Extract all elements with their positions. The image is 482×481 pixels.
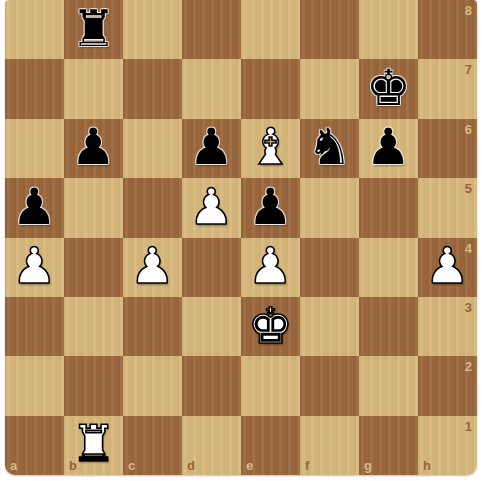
- square-c1[interactable]: c: [123, 416, 182, 475]
- file-label-c: c: [128, 459, 135, 472]
- square-b6[interactable]: ♟: [64, 119, 123, 178]
- square-e3[interactable]: ♚: [241, 297, 300, 356]
- black-pawn-a5[interactable]: ♟: [12, 182, 57, 232]
- rank-label-3: 3: [465, 301, 472, 314]
- square-b4[interactable]: [64, 238, 123, 297]
- white-bishop-e6[interactable]: ♝: [248, 122, 293, 172]
- square-b5[interactable]: [64, 178, 123, 237]
- square-c5[interactable]: [123, 178, 182, 237]
- rank-label-7: 7: [465, 63, 472, 76]
- square-e7[interactable]: [241, 59, 300, 118]
- square-e6[interactable]: ♝: [241, 119, 300, 178]
- square-d7[interactable]: [182, 59, 241, 118]
- square-d8[interactable]: [182, 0, 241, 59]
- rank-label-8: 8: [465, 4, 472, 17]
- square-g4[interactable]: [359, 238, 418, 297]
- square-h5[interactable]: 5: [418, 178, 477, 237]
- square-h2[interactable]: 2: [418, 356, 477, 415]
- file-label-a: a: [10, 459, 17, 472]
- rank-label-2: 2: [465, 360, 472, 373]
- chess-board-frame: ♜8♚7♟♟♝♞♟6♟♟♟5♟♟♟♟4♚32a♜bcdefg1h: [5, 0, 477, 475]
- black-pawn-b6[interactable]: ♟: [71, 122, 116, 172]
- square-d6[interactable]: ♟: [182, 119, 241, 178]
- square-b2[interactable]: [64, 356, 123, 415]
- rank-label-1: 1: [465, 420, 472, 433]
- square-g8[interactable]: [359, 0, 418, 59]
- black-rook-b8[interactable]: ♜: [71, 4, 116, 54]
- file-label-e: e: [246, 459, 253, 472]
- file-label-f: f: [305, 459, 309, 472]
- square-d3[interactable]: [182, 297, 241, 356]
- square-c7[interactable]: [123, 59, 182, 118]
- rank-label-5: 5: [465, 182, 472, 195]
- square-a8[interactable]: [5, 0, 64, 59]
- square-g7[interactable]: ♚: [359, 59, 418, 118]
- file-label-h: h: [423, 459, 431, 472]
- square-c4[interactable]: ♟: [123, 238, 182, 297]
- square-f2[interactable]: [300, 356, 359, 415]
- square-a7[interactable]: [5, 59, 64, 118]
- square-c6[interactable]: [123, 119, 182, 178]
- square-f4[interactable]: [300, 238, 359, 297]
- square-h6[interactable]: 6: [418, 119, 477, 178]
- square-e1[interactable]: e: [241, 416, 300, 475]
- square-h7[interactable]: 7: [418, 59, 477, 118]
- white-pawn-d5[interactable]: ♟: [189, 182, 234, 232]
- square-e2[interactable]: [241, 356, 300, 415]
- square-g2[interactable]: [359, 356, 418, 415]
- square-e8[interactable]: [241, 0, 300, 59]
- square-e4[interactable]: ♟: [241, 238, 300, 297]
- square-g3[interactable]: [359, 297, 418, 356]
- square-g6[interactable]: ♟: [359, 119, 418, 178]
- black-pawn-d6[interactable]: ♟: [189, 122, 234, 172]
- square-f6[interactable]: ♞: [300, 119, 359, 178]
- square-d1[interactable]: d: [182, 416, 241, 475]
- square-a4[interactable]: ♟: [5, 238, 64, 297]
- square-b8[interactable]: ♜: [64, 0, 123, 59]
- black-knight-f6[interactable]: ♞: [307, 122, 352, 172]
- square-f8[interactable]: [300, 0, 359, 59]
- square-d2[interactable]: [182, 356, 241, 415]
- white-king-e3[interactable]: ♚: [248, 301, 293, 351]
- chess-board: ♜8♚7♟♟♝♞♟6♟♟♟5♟♟♟♟4♚32a♜bcdefg1h: [5, 0, 477, 475]
- black-king-g7[interactable]: ♚: [366, 63, 411, 113]
- rank-label-6: 6: [465, 123, 472, 136]
- square-b7[interactable]: [64, 59, 123, 118]
- square-h8[interactable]: 8: [418, 0, 477, 59]
- square-a2[interactable]: [5, 356, 64, 415]
- square-a5[interactable]: ♟: [5, 178, 64, 237]
- square-h1[interactable]: 1h: [418, 416, 477, 475]
- square-e5[interactable]: ♟: [241, 178, 300, 237]
- file-label-g: g: [364, 459, 372, 472]
- square-b3[interactable]: [64, 297, 123, 356]
- square-b1[interactable]: ♜b: [64, 416, 123, 475]
- white-pawn-e4[interactable]: ♟: [248, 241, 293, 291]
- square-d5[interactable]: ♟: [182, 178, 241, 237]
- black-pawn-e5[interactable]: ♟: [248, 182, 293, 232]
- white-pawn-h4[interactable]: ♟: [425, 241, 470, 291]
- white-rook-b1[interactable]: ♜: [71, 419, 116, 469]
- square-a6[interactable]: [5, 119, 64, 178]
- square-a1[interactable]: a: [5, 416, 64, 475]
- square-f7[interactable]: [300, 59, 359, 118]
- square-h3[interactable]: 3: [418, 297, 477, 356]
- square-g5[interactable]: [359, 178, 418, 237]
- white-pawn-a4[interactable]: ♟: [12, 241, 57, 291]
- square-g1[interactable]: g: [359, 416, 418, 475]
- square-d4[interactable]: [182, 238, 241, 297]
- square-c8[interactable]: [123, 0, 182, 59]
- square-f5[interactable]: [300, 178, 359, 237]
- file-label-d: d: [187, 459, 195, 472]
- square-c2[interactable]: [123, 356, 182, 415]
- square-f3[interactable]: [300, 297, 359, 356]
- square-h4[interactable]: ♟4: [418, 238, 477, 297]
- square-f1[interactable]: f: [300, 416, 359, 475]
- square-a3[interactable]: [5, 297, 64, 356]
- black-pawn-g6[interactable]: ♟: [366, 122, 411, 172]
- square-c3[interactable]: [123, 297, 182, 356]
- white-pawn-c4[interactable]: ♟: [130, 241, 175, 291]
